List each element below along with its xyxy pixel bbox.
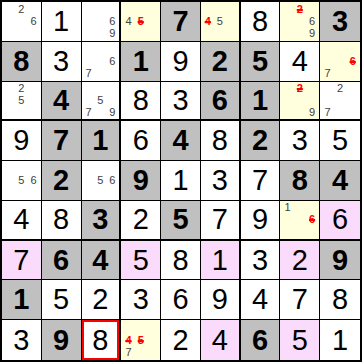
solved-digit: 3 (53, 47, 69, 76)
cell-r1c8[interactable]: 67 (320, 42, 360, 82)
given-digit: 1 (92, 126, 108, 155)
pencil-mark: 6 (28, 15, 40, 27)
cell-r3c1[interactable]: 7 (42, 121, 82, 161)
given-digit: 4 (53, 86, 69, 115)
solved-digit: 8 (212, 126, 228, 155)
solved-digit: 6 (172, 285, 188, 314)
pencil-marks: 16 (281, 202, 318, 238)
solved-digit: 3 (252, 246, 268, 275)
cell-r2c0[interactable]: 25 (2, 82, 42, 122)
solved-digit: 3 (172, 86, 188, 115)
pencil-mark: 1 (281, 202, 293, 214)
cell-r6c2[interactable]: 4 (82, 241, 122, 281)
given-digit: 1 (252, 86, 268, 115)
pencil-mark: 9 (306, 28, 318, 40)
cell-r7c2[interactable]: 2 (82, 280, 122, 320)
cell-r7c1[interactable]: 5 (42, 280, 82, 320)
cell-r2c1[interactable]: 4 (42, 82, 82, 122)
cell-r0c3[interactable]: 45 (121, 2, 161, 42)
solved-digit: 9 (252, 205, 268, 234)
cell-r3c8[interactable]: 5 (320, 121, 360, 161)
solved-digit: 6 (332, 205, 348, 234)
cell-r3c6[interactable]: 2 (241, 121, 281, 161)
cell-r1c3[interactable]: 1 (121, 42, 161, 82)
cell-r5c0[interactable]: 4 (2, 201, 42, 241)
given-digit: 9 (133, 166, 149, 195)
solved-digit: 3 (133, 285, 149, 314)
pencil-marks: 269 (281, 3, 318, 40)
given-digit: 2 (53, 166, 69, 195)
solved-digit: 7 (252, 166, 268, 195)
pencil-mark: 6 (306, 15, 318, 27)
cell-r5c7[interactable]: 16 (280, 201, 320, 241)
given-digit: 5 (172, 205, 188, 234)
given-digit: 4 (332, 166, 348, 195)
cell-r0c6[interactable]: 8 (241, 2, 281, 42)
pencil-marks: 26 (3, 3, 40, 40)
solved-digit: 2 (92, 285, 108, 314)
solved-digit: 7 (292, 285, 308, 314)
pencil-mark-struck: 2 (294, 83, 306, 95)
pencil-mark-struck: 6 (306, 214, 318, 226)
cell-r1c4[interactable]: 9 (161, 42, 201, 82)
pencil-mark-struck: 4 (122, 334, 134, 347)
pencil-marks: 45 (122, 3, 159, 40)
given-digit: 1 (13, 285, 29, 314)
cell-r1c5[interactable]: 2 (201, 42, 241, 82)
given-digit: 8 (292, 166, 308, 195)
solved-digit: 8 (133, 86, 149, 115)
cell-r6c4[interactable]: 8 (161, 241, 201, 281)
pencil-marks: 579 (83, 83, 119, 119)
pencil-marks: 69 (83, 3, 119, 40)
cell-r8c2[interactable]: 8 (82, 320, 122, 360)
pencil-marks: 56 (3, 162, 40, 199)
cell-r5c4[interactable]: 5 (161, 201, 201, 241)
cell-r4c8[interactable]: 4 (320, 161, 360, 201)
cell-r2c5[interactable]: 6 (201, 82, 241, 122)
cell-r1c7[interactable]: 4 (280, 42, 320, 82)
cell-r8c4[interactable]: 2 (161, 320, 201, 360)
pencil-mark: 4 (122, 15, 134, 27)
cell-r4c5[interactable]: 3 (201, 161, 241, 201)
given-digit: 2 (212, 47, 228, 76)
solved-digit: 7 (13, 246, 29, 275)
pencil-mark: 5 (214, 15, 226, 27)
pencil-mark: 5 (15, 94, 27, 106)
cell-r2c8[interactable]: 27 (320, 82, 360, 122)
cell-r4c4[interactable]: 1 (161, 161, 201, 201)
cell-r1c6[interactable]: 5 (241, 42, 281, 82)
cell-r4c1[interactable]: 2 (42, 161, 82, 201)
pencil-mark: 7 (83, 106, 95, 118)
cell-r2c2[interactable]: 579 (82, 82, 122, 122)
given-digit: 7 (172, 7, 188, 36)
given-digit: 7 (53, 126, 69, 155)
solved-digit: 2 (172, 326, 188, 355)
cell-r6c0[interactable]: 7 (2, 241, 42, 281)
cell-r8c8[interactable]: 1 (320, 320, 360, 360)
cell-r1c1[interactable]: 3 (42, 42, 82, 82)
cell-r4c0[interactable]: 56 (2, 161, 42, 201)
cell-r3c0[interactable]: 9 (2, 121, 42, 161)
cell-r0c1[interactable]: 1 (42, 2, 82, 42)
cell-r7c8[interactable]: 8 (320, 280, 360, 320)
solved-digit: 5 (332, 126, 348, 155)
pencil-marks: 45 (202, 3, 238, 40)
pencil-mark: 5 (94, 174, 106, 186)
cell-r2c7[interactable]: 29 (280, 82, 320, 122)
solved-digit: 5 (292, 326, 308, 355)
pencil-mark: 7 (321, 106, 334, 118)
cell-r6c1[interactable]: 6 (42, 241, 82, 281)
pencil-mark: 9 (106, 106, 118, 118)
cell-r8c3[interactable]: 457 (121, 320, 161, 360)
solved-digit: 4 (252, 285, 268, 314)
cell-r1c0[interactable]: 8 (2, 42, 42, 82)
cell-r5c1[interactable]: 8 (42, 201, 82, 241)
given-digit: 2 (252, 126, 268, 155)
solved-digit: 3 (292, 126, 308, 155)
pencil-marks: 25 (3, 83, 40, 119)
given-digit: 8 (13, 47, 29, 76)
given-digit: 6 (212, 86, 228, 115)
solved-digit: 4 (13, 205, 29, 234)
pencil-marks: 29 (281, 83, 318, 119)
cell-r0c5[interactable]: 45 (201, 2, 241, 42)
pencil-mark-struck: 2 (294, 3, 306, 15)
cell-r6c3[interactable]: 5 (121, 241, 161, 281)
solved-digit: 1 (172, 166, 188, 195)
pencil-mark-struck: 5 (135, 334, 147, 347)
solved-digit: 4 (292, 47, 308, 76)
pencil-mark: 7 (83, 67, 95, 79)
cell-r8c0[interactable]: 3 (2, 320, 42, 360)
given-digit: 4 (92, 246, 108, 275)
cell-r7c7[interactable]: 7 (280, 280, 320, 320)
solved-digit: 8 (252, 7, 268, 36)
solved-digit: 2 (133, 205, 149, 234)
cell-r7c4[interactable]: 6 (161, 280, 201, 320)
solved-digit: 9 (212, 285, 228, 314)
cell-r4c7[interactable]: 8 (280, 161, 320, 201)
given-digit: 6 (53, 246, 69, 275)
solved-digit: 7 (212, 205, 228, 234)
pencil-mark: 6 (28, 174, 40, 186)
cell-r6c5[interactable]: 1 (201, 241, 241, 281)
pencil-mark: 6 (106, 15, 118, 27)
given-digit: 3 (332, 7, 348, 36)
pencil-marks: 67 (321, 43, 359, 80)
pencil-marks: 27 (321, 83, 359, 119)
cell-r5c8[interactable]: 6 (320, 201, 360, 241)
cell-r3c4[interactable]: 4 (161, 121, 201, 161)
cell-r2c6[interactable]: 1 (241, 82, 281, 122)
cell-r5c2[interactable]: 3 (82, 201, 122, 241)
cell-r6c8[interactable]: 9 (320, 241, 360, 281)
cell-r6c6[interactable]: 3 (241, 241, 281, 281)
cell-r0c2[interactable]: 69 (82, 2, 122, 42)
solved-digit: 8 (53, 205, 69, 234)
cell-r5c3[interactable]: 2 (121, 201, 161, 241)
given-digit: 6 (252, 326, 268, 355)
solved-digit: 8 (92, 326, 108, 355)
pencil-marks: 457 (122, 321, 159, 359)
solved-digit: 3 (212, 166, 228, 195)
sudoku-board: 2616945745826938367192546725457983612927… (0, 0, 362, 362)
cell-r3c3[interactable]: 6 (121, 121, 161, 161)
pencil-mark-struck: 5 (135, 15, 147, 27)
pencil-marks: 56 (83, 162, 119, 199)
cell-r0c4[interactable]: 7 (161, 2, 201, 42)
cell-r5c6[interactable]: 9 (241, 201, 281, 241)
solved-digit: 1 (212, 246, 228, 275)
pencil-mark: 2 (334, 83, 347, 95)
pencil-mark: 2 (15, 3, 27, 15)
solved-digit: 5 (53, 285, 69, 314)
cell-r3c7[interactable]: 3 (280, 121, 320, 161)
given-digit: 3 (92, 205, 108, 234)
pencil-mark: 7 (321, 67, 334, 79)
given-digit: 1 (133, 47, 149, 76)
given-digit: 9 (53, 326, 69, 355)
cell-r4c2[interactable]: 56 (82, 161, 122, 201)
pencil-mark-struck: 6 (346, 55, 359, 67)
solved-digit: 9 (13, 126, 29, 155)
pencil-mark: 6 (106, 55, 118, 67)
solved-digit: 8 (172, 246, 188, 275)
cell-r7c5[interactable]: 9 (201, 280, 241, 320)
cell-r8c5[interactable]: 4 (201, 320, 241, 360)
cell-r4c6[interactable]: 7 (241, 161, 281, 201)
cell-r7c6[interactable]: 4 (241, 280, 281, 320)
cell-r7c3[interactable]: 3 (121, 280, 161, 320)
pencil-mark: 5 (94, 94, 106, 106)
solved-digit: 9 (172, 47, 188, 76)
cell-r0c8[interactable]: 3 (320, 2, 360, 42)
solved-digit: 5 (133, 246, 149, 275)
cell-r2c4[interactable]: 3 (161, 82, 201, 122)
given-digit: 5 (252, 47, 268, 76)
pencil-mark: 6 (106, 174, 118, 186)
solved-digit: 1 (53, 7, 69, 36)
pencil-marks: 67 (83, 43, 119, 80)
solved-digit: 8 (332, 285, 348, 314)
cell-r0c0[interactable]: 26 (2, 2, 42, 42)
cell-r3c5[interactable]: 8 (201, 121, 241, 161)
pencil-mark: 2 (15, 83, 27, 95)
given-digit: 4 (172, 126, 188, 155)
pencil-mark: 5 (15, 174, 27, 186)
cell-r8c6[interactable]: 6 (241, 320, 281, 360)
pencil-mark: 7 (122, 346, 134, 359)
solved-digit: 3 (13, 326, 29, 355)
cell-r8c1[interactable]: 9 (42, 320, 82, 360)
cell-r4c3[interactable]: 9 (121, 161, 161, 201)
pencil-mark: 9 (306, 106, 318, 118)
solved-digit: 1 (332, 326, 348, 355)
cell-r0c7[interactable]: 269 (280, 2, 320, 42)
solved-digit: 6 (133, 126, 149, 155)
cell-r1c2[interactable]: 67 (82, 42, 122, 82)
cell-r8c7[interactable]: 5 (280, 320, 320, 360)
pencil-mark: 9 (106, 28, 118, 40)
cell-r2c3[interactable]: 8 (121, 82, 161, 122)
pencil-mark-struck: 4 (202, 15, 214, 27)
solved-digit: 4 (212, 326, 228, 355)
cell-r3c2[interactable]: 1 (82, 121, 122, 161)
cell-r7c0[interactable]: 1 (2, 280, 42, 320)
given-digit: 9 (332, 246, 348, 275)
solved-digit: 2 (292, 246, 308, 275)
cell-r6c7[interactable]: 2 (280, 241, 320, 281)
cell-r5c5[interactable]: 7 (201, 201, 241, 241)
